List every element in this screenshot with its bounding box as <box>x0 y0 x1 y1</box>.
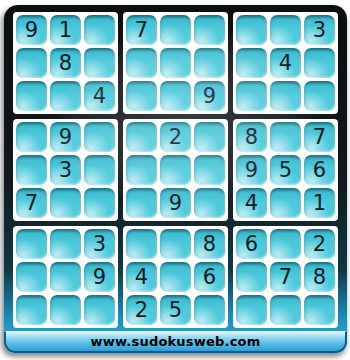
sudoku-cell[interactable] <box>84 295 115 325</box>
sudoku-box: 29 <box>123 119 228 221</box>
sudoku-cell[interactable]: 4 <box>126 262 157 292</box>
cell-value: 6 <box>203 267 216 288</box>
sudoku-cell[interactable]: 2 <box>304 229 335 259</box>
sudoku-board-frame: 9184793493729879564139846256278 www.sudo… <box>4 5 347 353</box>
cell-value: 5 <box>279 160 292 181</box>
sudoku-box: 9184 <box>13 12 118 114</box>
cell-value: 4 <box>279 53 292 74</box>
cell-value: 8 <box>313 267 326 288</box>
sudoku-cell[interactable]: 3 <box>84 229 115 259</box>
cell-value: 7 <box>313 127 326 148</box>
sudoku-cell[interactable] <box>194 122 225 152</box>
sudoku-cell[interactable] <box>84 48 115 78</box>
cell-value: 6 <box>245 234 258 255</box>
sudoku-cell[interactable]: 7 <box>270 262 301 292</box>
sudoku-board: 9184793493729879564139846256278 <box>4 5 347 331</box>
sudoku-cell[interactable]: 1 <box>304 188 335 218</box>
sudoku-cell[interactable] <box>236 295 267 325</box>
sudoku-cell[interactable]: 8 <box>50 48 81 78</box>
sudoku-cell[interactable] <box>16 48 47 78</box>
sudoku-cell[interactable] <box>126 81 157 111</box>
cell-value: 8 <box>59 53 72 74</box>
sudoku-cell[interactable] <box>160 229 191 259</box>
cell-value: 3 <box>313 20 326 41</box>
sudoku-cell[interactable]: 7 <box>16 188 47 218</box>
cell-value: 3 <box>59 160 72 181</box>
cell-value: 7 <box>279 267 292 288</box>
cell-value: 9 <box>245 160 258 181</box>
sudoku-cell[interactable] <box>16 262 47 292</box>
sudoku-cell[interactable]: 7 <box>304 122 335 152</box>
cell-value: 5 <box>169 300 182 321</box>
sudoku-cell[interactable] <box>84 155 115 185</box>
sudoku-cell[interactable] <box>160 155 191 185</box>
sudoku-cell[interactable] <box>126 48 157 78</box>
cell-value: 9 <box>169 193 182 214</box>
sudoku-cell[interactable] <box>16 81 47 111</box>
cell-value: 7 <box>25 193 38 214</box>
sudoku-cell[interactable] <box>194 15 225 45</box>
sudoku-cell[interactable]: 7 <box>126 15 157 45</box>
sudoku-cell[interactable] <box>84 15 115 45</box>
cell-value: 4 <box>93 86 106 107</box>
cell-value: 6 <box>313 160 326 181</box>
sudoku-cell[interactable] <box>126 188 157 218</box>
sudoku-cell[interactable] <box>236 48 267 78</box>
sudoku-cell[interactable] <box>236 15 267 45</box>
sudoku-page: 9184793493729879564139846256278 www.sudo… <box>0 0 350 360</box>
sudoku-box: 937 <box>13 119 118 221</box>
sudoku-cell[interactable]: 8 <box>236 122 267 152</box>
sudoku-cell[interactable] <box>84 188 115 218</box>
sudoku-box: 6278 <box>233 226 338 328</box>
cell-value: 4 <box>135 267 148 288</box>
cell-value: 1 <box>313 193 326 214</box>
sudoku-cell[interactable] <box>50 81 81 111</box>
sudoku-cell[interactable] <box>160 48 191 78</box>
sudoku-cell[interactable] <box>50 295 81 325</box>
cell-value: 3 <box>93 234 106 255</box>
sudoku-cell[interactable] <box>194 188 225 218</box>
sudoku-cell[interactable]: 3 <box>304 15 335 45</box>
sudoku-box: 8795641 <box>233 119 338 221</box>
cell-value: 8 <box>203 234 216 255</box>
sudoku-cell[interactable] <box>270 81 301 111</box>
sudoku-cell[interactable] <box>270 122 301 152</box>
sudoku-cell[interactable]: 6 <box>194 262 225 292</box>
sudoku-cell[interactable] <box>236 81 267 111</box>
sudoku-cell[interactable]: 4 <box>270 48 301 78</box>
sudoku-cell[interactable] <box>304 81 335 111</box>
site-url: www.sudokusweb.com <box>91 334 261 349</box>
sudoku-cell[interactable]: 3 <box>50 155 81 185</box>
sudoku-cell[interactable]: 9 <box>236 155 267 185</box>
cell-value: 9 <box>25 20 38 41</box>
sudoku-cell[interactable]: 8 <box>194 229 225 259</box>
sudoku-cell[interactable] <box>126 229 157 259</box>
sudoku-cell[interactable] <box>160 262 191 292</box>
sudoku-cell[interactable] <box>194 295 225 325</box>
sudoku-cell[interactable] <box>160 81 191 111</box>
site-banner: www.sudokusweb.com <box>4 331 347 353</box>
sudoku-cell[interactable] <box>270 295 301 325</box>
sudoku-cell[interactable]: 5 <box>160 295 191 325</box>
cell-value: 2 <box>135 300 148 321</box>
cell-value: 2 <box>313 234 326 255</box>
sudoku-box: 84625 <box>123 226 228 328</box>
cell-value: 7 <box>135 20 148 41</box>
sudoku-cell[interactable]: 9 <box>84 262 115 292</box>
sudoku-cell[interactable]: 2 <box>160 122 191 152</box>
sudoku-cell[interactable] <box>270 15 301 45</box>
sudoku-cell[interactable] <box>16 229 47 259</box>
sudoku-cell[interactable] <box>50 229 81 259</box>
sudoku-cell[interactable]: 6 <box>236 229 267 259</box>
sudoku-cell[interactable]: 9 <box>160 188 191 218</box>
sudoku-cell[interactable] <box>194 155 225 185</box>
sudoku-cell[interactable] <box>304 295 335 325</box>
cell-value: 9 <box>203 86 216 107</box>
sudoku-cell[interactable] <box>304 48 335 78</box>
sudoku-cell[interactable] <box>160 15 191 45</box>
sudoku-cell[interactable] <box>126 122 157 152</box>
sudoku-cell[interactable] <box>194 48 225 78</box>
sudoku-cell[interactable]: 9 <box>16 15 47 45</box>
sudoku-cell[interactable]: 1 <box>50 15 81 45</box>
sudoku-cell[interactable] <box>16 122 47 152</box>
cell-value: 2 <box>169 127 182 148</box>
sudoku-cell[interactable]: 9 <box>194 81 225 111</box>
sudoku-cell[interactable] <box>236 262 267 292</box>
sudoku-box: 79 <box>123 12 228 114</box>
sudoku-cell[interactable] <box>50 188 81 218</box>
sudoku-box: 39 <box>13 226 118 328</box>
cell-value: 9 <box>93 267 106 288</box>
sudoku-box: 34 <box>233 12 338 114</box>
cell-value: 9 <box>59 127 72 148</box>
sudoku-cell[interactable]: 8 <box>304 262 335 292</box>
sudoku-cell[interactable] <box>16 295 47 325</box>
sudoku-cell[interactable]: 9 <box>50 122 81 152</box>
sudoku-cell[interactable] <box>270 188 301 218</box>
sudoku-cell[interactable] <box>84 122 115 152</box>
cell-value: 1 <box>59 20 72 41</box>
sudoku-cell[interactable]: 2 <box>126 295 157 325</box>
cell-value: 4 <box>245 193 258 214</box>
sudoku-cell[interactable] <box>50 262 81 292</box>
sudoku-cell[interactable]: 4 <box>236 188 267 218</box>
sudoku-cell[interactable] <box>16 155 47 185</box>
sudoku-cell[interactable]: 4 <box>84 81 115 111</box>
cell-value: 8 <box>245 127 258 148</box>
sudoku-cell[interactable]: 5 <box>270 155 301 185</box>
sudoku-cell[interactable] <box>270 229 301 259</box>
sudoku-cell[interactable]: 6 <box>304 155 335 185</box>
sudoku-cell[interactable] <box>126 155 157 185</box>
